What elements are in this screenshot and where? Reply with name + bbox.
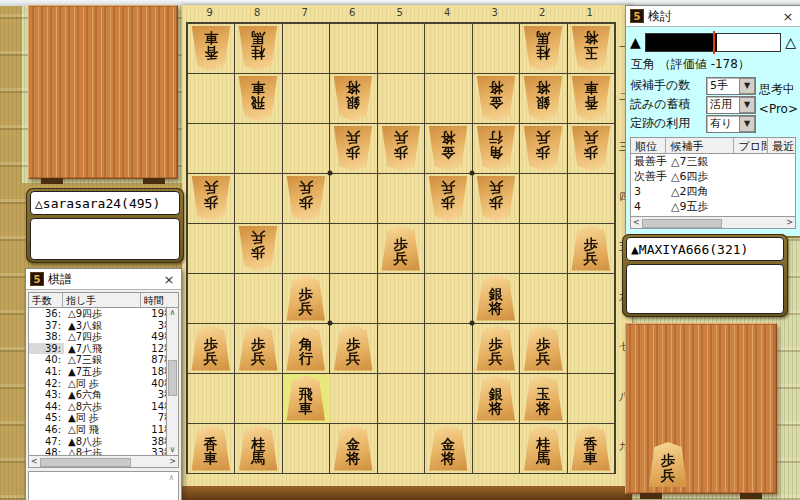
kifu-horizontal-scrollbar[interactable]: < > — [28, 456, 179, 468]
piece-kanji: 歩 — [299, 195, 313, 210]
piece-kanji: 車 — [204, 451, 218, 466]
piece-kanji: 金 — [441, 437, 455, 452]
sente-message-box — [626, 264, 784, 314]
move-text: ▲8八歩 — [64, 436, 144, 448]
scroll-right-icon[interactable]: > — [169, 457, 176, 466]
piece-kanji: 将 — [346, 81, 360, 96]
close-icon[interactable]: × — [161, 272, 177, 287]
shogi-piece-歩兵[interactable]: 歩兵 — [476, 176, 516, 221]
shogi-piece-歩兵[interactable]: 歩兵 — [571, 126, 611, 171]
candidate-move-row[interactable]: 3△2四角 — [631, 184, 795, 199]
option-dropdown[interactable]: 活用▼ — [706, 96, 756, 114]
evaluation-center-marker — [713, 31, 715, 54]
sente-player-name: ▲MAXIYA666(321) — [626, 237, 784, 261]
shogi-piece-歩兵[interactable]: 歩兵 — [381, 126, 421, 171]
piece-kanji: 車 — [299, 401, 313, 416]
piece-kanji: 歩 — [299, 287, 313, 302]
candidate-table-header: 順位 候補手 プロ間 最近 — [631, 138, 795, 154]
shogi-piece-歩兵[interactable]: 歩兵 — [191, 176, 231, 221]
app-icon: 5 — [630, 9, 644, 23]
shogi-piece-飛車[interactable]: 飛車 — [238, 76, 278, 121]
move-text: △同 飛 — [64, 424, 144, 436]
stand-foot — [41, 178, 63, 184]
move-text: △8七歩 — [64, 447, 144, 456]
piece-kanji: 馬 — [536, 31, 550, 46]
scroll-left-icon[interactable]: < — [31, 457, 38, 466]
piece-kanji: 将 — [489, 81, 503, 96]
move-number: 41: — [29, 366, 64, 378]
piece-kanji: 兵 — [584, 131, 598, 146]
scroll-down-icon[interactable]: ∨ — [167, 445, 178, 455]
piece-kanji: 桂 — [251, 437, 265, 452]
shogi-piece-歩兵[interactable]: 歩兵 — [571, 226, 611, 271]
file-label: 5 — [397, 8, 403, 18]
analysis-window-title: 検討 — [648, 8, 780, 25]
move-number: 37: — [29, 320, 64, 332]
shogi-piece-歩兵[interactable]: 歩兵 — [648, 442, 688, 487]
star-point — [327, 171, 332, 176]
stand-foot — [143, 178, 165, 184]
sente-player-plaque: ▲MAXIYA666(321) — [622, 234, 788, 317]
move-text: △同 歩 — [64, 378, 144, 390]
move-number: 40: — [29, 354, 64, 366]
piece-kanji: 金 — [489, 95, 503, 110]
piece-kanji: 歩 — [394, 145, 408, 160]
app-window: 香車桂馬桂馬玉将飛車銀将金将銀将香車歩兵歩兵金将角行歩兵歩兵歩兵歩兵歩兵歩兵歩兵… — [0, 0, 800, 500]
piece-kanji: 将 — [536, 401, 550, 416]
piece-kanji: 兵 — [394, 251, 408, 266]
kifu-col-move: 指し手 — [63, 293, 141, 307]
move-number: 43: — [29, 389, 64, 401]
piece-kanji: 車 — [584, 81, 598, 96]
piece-kanji: 兵 — [489, 351, 503, 366]
piece-kanji: 歩 — [584, 237, 598, 252]
kifu-move-list[interactable]: 36:△9四歩19秒37:▲3八銀3秒38:△7四歩49秒39:▲7八飛12秒4… — [28, 308, 179, 456]
stand-foot — [740, 493, 762, 499]
piece-kanji: 車 — [584, 451, 598, 466]
col-rank: 順位 — [631, 138, 666, 153]
file-label: 3 — [492, 8, 498, 18]
shogi-piece-玉将[interactable]: 玉将 — [523, 376, 563, 421]
candidate-move-row[interactable]: 最善手△7三銀 — [631, 154, 795, 169]
piece-kanji: 兵 — [299, 181, 313, 196]
piece-kanji: 兵 — [251, 351, 265, 366]
shogi-piece-歩兵[interactable]: 歩兵 — [286, 176, 326, 221]
scroll-up-icon[interactable]: ∧ — [167, 308, 178, 318]
shogi-piece-香車[interactable]: 香車 — [191, 26, 231, 71]
file-label: 8 — [254, 8, 260, 18]
shogi-piece-歩兵[interactable]: 歩兵 — [523, 126, 563, 171]
file-label: 7 — [302, 8, 308, 18]
move-text: ▲7八飛 — [64, 343, 144, 355]
board-grid[interactable]: 香車桂馬桂馬玉将飛車銀将金将銀将香車歩兵歩兵金将角行歩兵歩兵歩兵歩兵歩兵歩兵歩兵… — [186, 22, 616, 474]
shogi-piece-桂馬[interactable]: 桂馬 — [238, 426, 278, 471]
shogi-piece-金将[interactable]: 金将 — [428, 126, 468, 171]
option-dropdown[interactable]: 5手▼ — [706, 77, 756, 95]
option-label: 定跡の利用 — [630, 115, 706, 132]
gote-player-name: △sarasara24(495) — [30, 191, 180, 215]
kifu-col-movenum: 手数 — [29, 293, 63, 307]
move-number: 36: — [29, 308, 64, 320]
piece-kanji: 銀 — [489, 387, 503, 402]
move-number: 44: — [29, 401, 64, 413]
piece-kanji: 兵 — [299, 301, 313, 316]
file-label: 1 — [587, 8, 593, 18]
piece-kanji: 歩 — [536, 337, 550, 352]
move-text: △7三銀 — [64, 354, 144, 366]
piece-kanji: 角 — [489, 145, 503, 160]
sente-piece-stand: 歩兵 — [625, 323, 777, 494]
kifu-move-row[interactable]: 46:△同 飛11秒 — [29, 424, 178, 436]
piece-kanji: 兵 — [394, 131, 408, 146]
shogi-piece-香車[interactable]: 香車 — [191, 426, 231, 471]
move-text: △9四歩 — [64, 308, 144, 320]
piece-kanji: 角 — [299, 337, 313, 352]
piece-kanji: 香 — [584, 437, 598, 452]
kifu-move-row[interactable]: 44:△8六歩14秒 — [29, 401, 178, 413]
move-text: ▲6六角 — [64, 389, 144, 401]
shogi-piece-角行[interactable]: 角行 — [286, 326, 326, 371]
piece-kanji: 歩 — [251, 337, 265, 352]
move-number: 47: — [29, 436, 64, 448]
piece-kanji: 車 — [251, 81, 265, 96]
piece-kanji: 香 — [204, 45, 218, 60]
candidate-move: △9五歩 — [671, 199, 749, 214]
option-label: 候補手の数 — [630, 77, 706, 94]
analysis-window: 5 検討 × ▲ △ 互角 （評価値 -178） 候補手の数5手▼読みの蓄積活用… — [625, 5, 800, 234]
engine-status-line1: 思考中 — [759, 79, 798, 99]
shogi-piece-桂馬[interactable]: 桂馬 — [523, 26, 563, 71]
shogi-piece-銀将[interactable]: 銀将 — [523, 76, 563, 121]
shogi-piece-歩兵[interactable]: 歩兵 — [381, 226, 421, 271]
piece-kanji: 将 — [584, 31, 598, 46]
piece-kanji: 将 — [346, 451, 360, 466]
dropdown-value: 有り — [707, 116, 739, 131]
engine-status: 思考中 <Pro> — [759, 79, 798, 119]
piece-kanji: 歩 — [204, 195, 218, 210]
piece-kanji: 桂 — [536, 437, 550, 452]
piece-kanji: 兵 — [346, 351, 360, 366]
kifu-vertical-scrollbar[interactable]: ∧ ∨ — [166, 308, 178, 455]
dropdown-value: 活用 — [707, 97, 739, 112]
shogi-piece-金将[interactable]: 金将 — [333, 426, 373, 471]
shogi-piece-歩兵[interactable]: 歩兵 — [238, 226, 278, 271]
candidate-move-row[interactable]: 次善手△6四歩 — [631, 169, 795, 184]
piece-kanji: 玉 — [584, 45, 598, 60]
kifu-move-row[interactable]: 42:△同 歩40秒 — [29, 378, 178, 390]
dropdown-value: 5手 — [707, 78, 739, 93]
close-icon[interactable]: × — [780, 9, 796, 24]
move-text: ▲3八銀 — [64, 320, 144, 332]
board-front-edge — [182, 486, 632, 500]
scrollbar-thumb[interactable] — [168, 360, 177, 396]
kifu-move-row[interactable]: 38:△7四歩49秒 — [29, 331, 178, 343]
kifu-move-row[interactable]: 45:▲同 歩7秒 — [29, 412, 178, 424]
piece-kanji: 歩 — [489, 337, 503, 352]
file-label: 9 — [207, 8, 213, 18]
shogi-piece-歩兵[interactable]: 歩兵 — [476, 326, 516, 371]
move-number: 42: — [29, 378, 64, 390]
candidate-rank: 4 — [631, 199, 671, 214]
piece-kanji: 兵 — [536, 351, 550, 366]
piece-kanji: 兵 — [661, 468, 675, 483]
piece-kanji: 将 — [489, 301, 503, 316]
app-icon: 5 — [30, 272, 44, 286]
gote-message-box — [30, 218, 180, 260]
file-label: 6 — [349, 8, 355, 18]
kifu-move-row[interactable]: 39:▲7八飛12秒 — [29, 343, 178, 355]
comment-scrollbar[interactable]: ∧∨ — [166, 473, 177, 500]
shogi-piece-金将[interactable]: 金将 — [476, 76, 516, 121]
chevron-down-icon[interactable]: ▼ — [739, 97, 755, 113]
kifu-move-row[interactable]: 48:△8七歩33秒 — [29, 447, 178, 456]
piece-kanji: 香 — [584, 95, 598, 110]
shogi-piece-歩兵[interactable]: 歩兵 — [238, 326, 278, 371]
shogi-piece-桂馬[interactable]: 桂馬 — [238, 26, 278, 71]
option-label: 読みの蓄積 — [630, 96, 706, 113]
candidate-moves-table: 順位 候補手 プロ間 最近 最善手△7三銀次善手△6四歩3△2四角4△9五歩 <… — [630, 137, 796, 229]
scrollbar-thumb[interactable] — [40, 458, 131, 467]
kifu-comment-box[interactable]: ∧∨ — [28, 471, 179, 500]
shogi-piece-歩兵[interactable]: 歩兵 — [428, 176, 468, 221]
move-text: △8六歩 — [64, 401, 144, 413]
sente-mark: ▲ — [630, 34, 641, 50]
piece-kanji: 行 — [489, 131, 503, 146]
gote-mark: △ — [785, 34, 796, 50]
piece-kanji: 兵 — [584, 251, 598, 266]
piece-kanji: 車 — [204, 31, 218, 46]
option-dropdown[interactable]: 有り▼ — [706, 115, 756, 133]
move-text: △7四歩 — [64, 331, 144, 343]
candidate-rank: 最善手 — [631, 154, 671, 169]
chevron-down-icon[interactable]: ▼ — [739, 116, 755, 132]
piece-kanji: 兵 — [489, 181, 503, 196]
shogi-board: 香車桂馬桂馬玉将飛車銀将金将銀将香車歩兵歩兵金将角行歩兵歩兵歩兵歩兵歩兵歩兵歩兵… — [182, 5, 632, 487]
move-number: 38: — [29, 331, 64, 343]
col-move: 候補手 — [666, 138, 734, 153]
shogi-piece-歩兵[interactable]: 歩兵 — [523, 326, 563, 371]
star-point — [470, 321, 475, 326]
kifu-move-row[interactable]: 43:▲6六角3秒 — [29, 389, 178, 401]
piece-kanji: 将 — [441, 451, 455, 466]
gote-player-plaque: △sarasara24(495) — [26, 188, 184, 263]
evaluation-bar-row: ▲ △ — [630, 30, 796, 54]
move-number: 39: — [29, 343, 64, 355]
gote-piece-stand — [28, 5, 178, 179]
move-number: 48: — [29, 447, 64, 456]
piece-kanji: 桂 — [536, 45, 550, 60]
star-point — [470, 171, 475, 176]
piece-kanji: 金 — [346, 437, 360, 452]
piece-kanji: 馬 — [251, 451, 265, 466]
kifu-move-row[interactable]: 36:△9四歩19秒 — [29, 308, 178, 320]
col-recent: 最近 — [768, 138, 795, 153]
piece-kanji: 玉 — [536, 387, 550, 402]
analysis-titlebar[interactable]: 5 検討 × — [626, 6, 800, 27]
col-pro: プロ間 — [734, 138, 768, 153]
piece-kanji: 香 — [204, 437, 218, 452]
shogi-piece-金将[interactable]: 金将 — [428, 426, 468, 471]
shogi-piece-歩兵[interactable]: 歩兵 — [191, 326, 231, 371]
scroll-right-icon[interactable]: > — [786, 218, 793, 227]
shogi-piece-銀将[interactable]: 銀将 — [476, 376, 516, 421]
kifu-move-row[interactable]: 47:▲8八歩38秒 — [29, 436, 178, 448]
piece-kanji: 兵 — [441, 181, 455, 196]
move-text: ▲7五歩 — [64, 366, 144, 378]
shogi-piece-歩兵[interactable]: 歩兵 — [333, 126, 373, 171]
piece-kanji: 兵 — [204, 181, 218, 196]
shogi-piece-桂馬[interactable]: 桂馬 — [523, 426, 563, 471]
piece-kanji: 銀 — [536, 95, 550, 110]
shogi-piece-香車[interactable]: 香車 — [571, 76, 611, 121]
piece-kanji: 歩 — [584, 145, 598, 160]
shogi-piece-銀将[interactable]: 銀将 — [333, 76, 373, 121]
piece-kanji: 歩 — [536, 145, 550, 160]
piece-kanji: 歩 — [394, 237, 408, 252]
piece-kanji: 兵 — [536, 131, 550, 146]
candidate-rank: 3 — [631, 184, 671, 199]
kifu-move-row[interactable]: 37:▲3八銀3秒 — [29, 320, 178, 332]
star-point — [327, 321, 332, 326]
move-number: 46: — [29, 424, 64, 436]
kifu-titlebar[interactable]: 5 棋譜 × — [26, 269, 181, 290]
chevron-down-icon[interactable]: ▼ — [739, 78, 755, 94]
kifu-list-header: 手数 指し手 時間 — [28, 292, 179, 308]
piece-kanji: 銀 — [489, 287, 503, 302]
piece-kanji: 飛 — [299, 387, 313, 402]
piece-kanji: 歩 — [204, 337, 218, 352]
engine-status-line2: <Pro> — [759, 99, 798, 119]
kifu-window: 5 棋譜 × 手数 指し手 時間 36:△9四歩19秒37:▲3八銀3秒38:△… — [25, 268, 182, 500]
piece-kanji: 兵 — [251, 231, 265, 246]
piece-kanji: 兵 — [346, 131, 360, 146]
piece-kanji: 飛 — [251, 95, 265, 110]
shogi-piece-玉将[interactable]: 玉将 — [571, 26, 611, 71]
shogi-piece-歩兵[interactable]: 歩兵 — [286, 276, 326, 321]
file-label: 2 — [539, 8, 545, 18]
shogi-piece-香車[interactable]: 香車 — [571, 426, 611, 471]
candidate-horizontal-scrollbar[interactable]: < > — [631, 216, 795, 228]
candidate-move-row[interactable]: 4△9五歩 — [631, 199, 795, 214]
piece-kanji: 歩 — [661, 453, 675, 468]
scrollbar-thumb[interactable] — [642, 219, 722, 228]
candidate-move: △2四角 — [671, 184, 749, 199]
scroll-left-icon[interactable]: < — [633, 218, 640, 227]
stand-foot — [640, 493, 662, 499]
piece-kanji: 将 — [536, 81, 550, 96]
kifu-move-row[interactable]: 40:△7三銀87秒 — [29, 354, 178, 366]
scroll-up-icon[interactable]: ∧ — [166, 473, 177, 482]
candidate-rank: 次善手 — [631, 169, 671, 184]
kifu-col-time: 時間 — [141, 293, 167, 307]
piece-kanji: 歩 — [441, 195, 455, 210]
evaluation-bar — [645, 33, 781, 52]
piece-kanji: 歩 — [346, 337, 360, 352]
candidate-move: △7三銀 — [671, 154, 749, 169]
evaluation-bar-fill — [646, 34, 717, 51]
piece-kanji: 馬 — [536, 451, 550, 466]
piece-kanji: 馬 — [251, 31, 265, 46]
piece-kanji: 桂 — [251, 45, 265, 60]
evaluation-text: 互角 （評価値 -178） — [631, 56, 796, 73]
shogi-piece-銀将[interactable]: 銀将 — [476, 276, 516, 321]
piece-kanji: 金 — [441, 145, 455, 160]
shogi-piece-歩兵[interactable]: 歩兵 — [333, 326, 373, 371]
piece-kanji: 行 — [299, 351, 313, 366]
kifu-window-title: 棋譜 — [48, 271, 161, 288]
kifu-move-row[interactable]: 41:▲7五歩18秒 — [29, 366, 178, 378]
candidate-move: △6四歩 — [671, 169, 749, 184]
move-text: ▲同 歩 — [64, 412, 144, 424]
piece-kanji: 将 — [441, 131, 455, 146]
piece-kanji: 歩 — [489, 195, 503, 210]
piece-kanji: 銀 — [346, 95, 360, 110]
file-label: 4 — [444, 8, 450, 18]
piece-kanji: 兵 — [204, 351, 218, 366]
piece-kanji: 歩 — [251, 245, 265, 260]
piece-kanji: 将 — [489, 401, 503, 416]
piece-kanji: 歩 — [346, 145, 360, 160]
shogi-piece-角行[interactable]: 角行 — [476, 126, 516, 171]
move-number: 45: — [29, 412, 64, 424]
